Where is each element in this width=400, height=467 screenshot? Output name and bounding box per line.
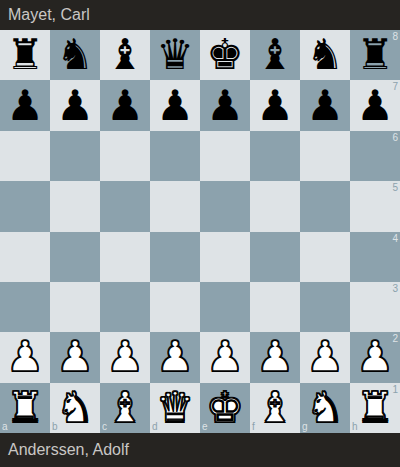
square-h3[interactable]: 3	[350, 282, 400, 332]
square-d5[interactable]	[150, 181, 200, 231]
player-name-bottom: Anderssen, Adolf	[8, 441, 129, 459]
square-a3[interactable]	[0, 282, 50, 332]
chess-board: ♜♞♝♛♚♝♞♜8♟♟♟♟♟♟♟♟76543♟♟♟♟♟♟♟♟2♜a♞b♝c♛d♚…	[0, 30, 400, 433]
square-c6[interactable]	[100, 131, 150, 181]
piece-white-knight[interactable]: ♞	[306, 387, 344, 429]
square-g1[interactable]: ♞g	[300, 383, 350, 433]
piece-white-rook[interactable]: ♜	[356, 387, 394, 429]
square-a8[interactable]: ♜	[0, 30, 50, 80]
square-b3[interactable]	[50, 282, 100, 332]
square-f6[interactable]	[250, 131, 300, 181]
square-a6[interactable]	[0, 131, 50, 181]
piece-white-pawn[interactable]: ♟	[156, 336, 194, 378]
square-a2[interactable]: ♟	[0, 332, 50, 382]
square-b8[interactable]: ♞	[50, 30, 100, 80]
square-d3[interactable]	[150, 282, 200, 332]
square-h7[interactable]: ♟7	[350, 80, 400, 130]
square-f5[interactable]	[250, 181, 300, 231]
square-f7[interactable]: ♟	[250, 80, 300, 130]
square-e3[interactable]	[200, 282, 250, 332]
square-h4[interactable]: 4	[350, 232, 400, 282]
piece-white-pawn[interactable]: ♟	[6, 336, 44, 378]
piece-black-pawn[interactable]: ♟	[306, 85, 344, 127]
piece-black-queen[interactable]: ♛	[156, 34, 194, 76]
rank-label: 5	[392, 183, 398, 193]
rank-label: 6	[392, 133, 398, 143]
rank-label: 3	[392, 284, 398, 294]
square-g7[interactable]: ♟	[300, 80, 350, 130]
square-c4[interactable]	[100, 232, 150, 282]
square-e6[interactable]	[200, 131, 250, 181]
square-b1[interactable]: ♞b	[50, 383, 100, 433]
piece-white-bishop[interactable]: ♝	[106, 387, 144, 429]
square-d6[interactable]	[150, 131, 200, 181]
square-a5[interactable]	[0, 181, 50, 231]
square-h1[interactable]: ♜1h	[350, 383, 400, 433]
piece-white-pawn[interactable]: ♟	[206, 336, 244, 378]
square-h5[interactable]: 5	[350, 181, 400, 231]
piece-white-pawn[interactable]: ♟	[356, 336, 394, 378]
piece-black-pawn[interactable]: ♟	[6, 85, 44, 127]
square-f8[interactable]: ♝	[250, 30, 300, 80]
square-f1[interactable]: ♝f	[250, 383, 300, 433]
player-name-top: Mayet, Carl	[8, 6, 90, 24]
piece-white-pawn[interactable]: ♟	[306, 336, 344, 378]
square-a7[interactable]: ♟	[0, 80, 50, 130]
square-b5[interactable]	[50, 181, 100, 231]
piece-black-bishop[interactable]: ♝	[256, 34, 294, 76]
square-b6[interactable]	[50, 131, 100, 181]
piece-white-queen[interactable]: ♛	[156, 387, 194, 429]
square-b7[interactable]: ♟	[50, 80, 100, 130]
piece-black-pawn[interactable]: ♟	[156, 85, 194, 127]
square-d2[interactable]: ♟	[150, 332, 200, 382]
square-d8[interactable]: ♛	[150, 30, 200, 80]
square-b4[interactable]	[50, 232, 100, 282]
square-c3[interactable]	[100, 282, 150, 332]
square-h6[interactable]: 6	[350, 131, 400, 181]
piece-black-pawn[interactable]: ♟	[56, 85, 94, 127]
square-g5[interactable]	[300, 181, 350, 231]
square-a4[interactable]	[0, 232, 50, 282]
square-f2[interactable]: ♟	[250, 332, 300, 382]
square-e2[interactable]: ♟	[200, 332, 250, 382]
piece-black-rook[interactable]: ♜	[6, 34, 44, 76]
piece-black-bishop[interactable]: ♝	[106, 34, 144, 76]
piece-black-pawn[interactable]: ♟	[256, 85, 294, 127]
piece-white-bishop[interactable]: ♝	[256, 387, 294, 429]
player-bar-top: Mayet, Carl	[0, 0, 400, 30]
piece-black-pawn[interactable]: ♟	[356, 85, 394, 127]
piece-black-pawn[interactable]: ♟	[106, 85, 144, 127]
square-b2[interactable]: ♟	[50, 332, 100, 382]
square-c7[interactable]: ♟	[100, 80, 150, 130]
square-e1[interactable]: ♚e	[200, 383, 250, 433]
square-h8[interactable]: ♜8	[350, 30, 400, 80]
square-c2[interactable]: ♟	[100, 332, 150, 382]
square-e5[interactable]	[200, 181, 250, 231]
square-h2[interactable]: ♟2	[350, 332, 400, 382]
square-g8[interactable]: ♞	[300, 30, 350, 80]
square-d1[interactable]: ♛d	[150, 383, 200, 433]
piece-white-king[interactable]: ♚	[206, 387, 244, 429]
file-label: f	[252, 422, 255, 432]
square-g4[interactable]	[300, 232, 350, 282]
square-d7[interactable]: ♟	[150, 80, 200, 130]
piece-black-pawn[interactable]: ♟	[206, 85, 244, 127]
square-g2[interactable]: ♟	[300, 332, 350, 382]
square-e7[interactable]: ♟	[200, 80, 250, 130]
square-e8[interactable]: ♚	[200, 30, 250, 80]
square-d4[interactable]	[150, 232, 200, 282]
piece-white-pawn[interactable]: ♟	[56, 336, 94, 378]
square-g3[interactable]	[300, 282, 350, 332]
piece-black-king[interactable]: ♚	[206, 34, 244, 76]
square-c5[interactable]	[100, 181, 150, 231]
chess-app: Mayet, Carl ♜♞♝♛♚♝♞♜8♟♟♟♟♟♟♟♟76543♟♟♟♟♟♟…	[0, 0, 400, 467]
piece-white-pawn[interactable]: ♟	[106, 336, 144, 378]
rank-label: 4	[392, 234, 398, 244]
square-c1[interactable]: ♝c	[100, 383, 150, 433]
piece-black-knight[interactable]: ♞	[306, 34, 344, 76]
piece-black-knight[interactable]: ♞	[56, 34, 94, 76]
piece-black-rook[interactable]: ♜	[356, 34, 394, 76]
square-c8[interactable]: ♝	[100, 30, 150, 80]
square-f4[interactable]	[250, 232, 300, 282]
player-bar-bottom: Anderssen, Adolf	[0, 433, 400, 467]
piece-white-rook[interactable]: ♜	[6, 387, 44, 429]
piece-white-pawn[interactable]: ♟	[256, 336, 294, 378]
square-e4[interactable]	[200, 232, 250, 282]
piece-white-knight[interactable]: ♞	[56, 387, 94, 429]
square-a1[interactable]: ♜a	[0, 383, 50, 433]
square-g6[interactable]	[300, 131, 350, 181]
square-f3[interactable]	[250, 282, 300, 332]
